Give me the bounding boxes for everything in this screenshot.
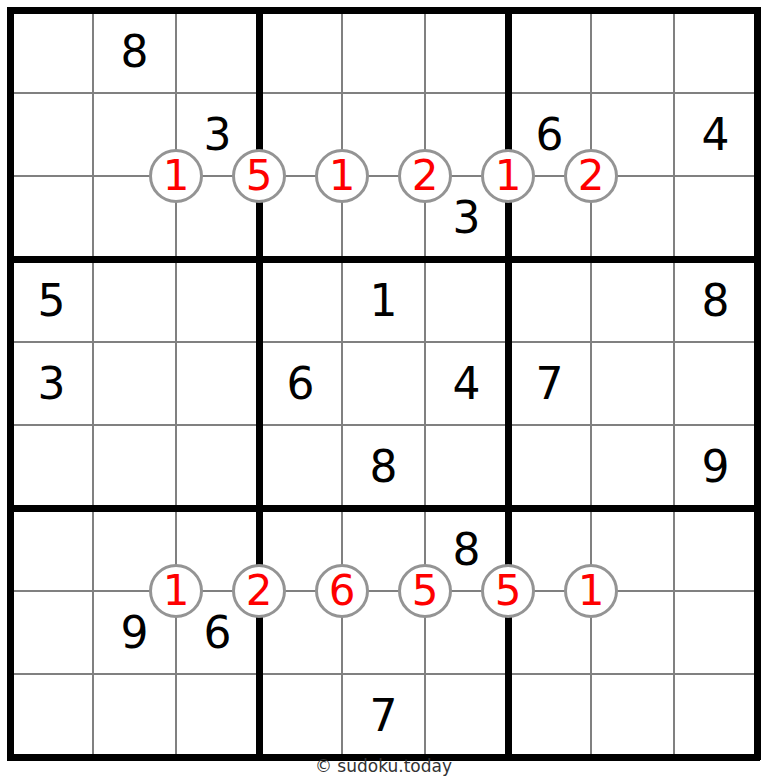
cell-r1c8[interactable] bbox=[591, 10, 674, 93]
cell-r3c1[interactable] bbox=[10, 176, 93, 259]
cell-r1c6[interactable] bbox=[425, 10, 508, 93]
cell-r5c6[interactable]: 4 bbox=[425, 342, 508, 425]
cell-r8c9[interactable] bbox=[674, 591, 757, 674]
cell-r6c5[interactable]: 8 bbox=[342, 425, 425, 508]
cell-r6c6[interactable] bbox=[425, 425, 508, 508]
cell-r9c1[interactable] bbox=[10, 674, 93, 757]
cell-r7c8[interactable] bbox=[591, 508, 674, 591]
cell-r8c4[interactable] bbox=[259, 591, 342, 674]
cell-r5c2[interactable] bbox=[93, 342, 176, 425]
cell-r9c6[interactable] bbox=[425, 674, 508, 757]
cell-r8c6[interactable] bbox=[425, 591, 508, 674]
cell-r9c4[interactable] bbox=[259, 674, 342, 757]
cell-r2c6[interactable] bbox=[425, 93, 508, 176]
cell-r5c9[interactable] bbox=[674, 342, 757, 425]
cell-r1c4[interactable] bbox=[259, 10, 342, 93]
cell-r1c5[interactable] bbox=[342, 10, 425, 93]
cell-r1c9[interactable] bbox=[674, 10, 757, 93]
cell-r3c8[interactable] bbox=[591, 176, 674, 259]
cell-r3c7[interactable] bbox=[508, 176, 591, 259]
cell-r2c1[interactable] bbox=[10, 93, 93, 176]
cell-r7c2[interactable] bbox=[93, 508, 176, 591]
cell-r3c3[interactable] bbox=[176, 176, 259, 259]
cell-r3c5[interactable] bbox=[342, 176, 425, 259]
cell-r1c2[interactable]: 8 bbox=[93, 10, 176, 93]
cell-r6c7[interactable] bbox=[508, 425, 591, 508]
cell-r5c4[interactable]: 6 bbox=[259, 342, 342, 425]
cell-r7c6[interactable]: 8 bbox=[425, 508, 508, 591]
cell-r5c5[interactable] bbox=[342, 342, 425, 425]
cell-r4c6[interactable] bbox=[425, 259, 508, 342]
cell-r2c2[interactable] bbox=[93, 93, 176, 176]
cell-r8c3[interactable]: 6 bbox=[176, 591, 259, 674]
cell-r4c7[interactable] bbox=[508, 259, 591, 342]
cell-r3c9[interactable] bbox=[674, 176, 757, 259]
cell-r4c3[interactable] bbox=[176, 259, 259, 342]
cell-r4c5[interactable]: 1 bbox=[342, 259, 425, 342]
cell-r3c2[interactable] bbox=[93, 176, 176, 259]
cell-r1c3[interactable] bbox=[176, 10, 259, 93]
cell-r7c3[interactable] bbox=[176, 508, 259, 591]
cell-r7c5[interactable] bbox=[342, 508, 425, 591]
cell-r1c1[interactable] bbox=[10, 10, 93, 93]
cell-r7c7[interactable] bbox=[508, 508, 591, 591]
cell-r5c8[interactable] bbox=[591, 342, 674, 425]
cell-r5c7[interactable]: 7 bbox=[508, 342, 591, 425]
cell-r5c1[interactable]: 3 bbox=[10, 342, 93, 425]
cell-r6c4[interactable] bbox=[259, 425, 342, 508]
copyright-text: © sudoku.today bbox=[0, 757, 767, 777]
sudoku-board: 836435183647898967 151212126551 bbox=[10, 10, 757, 757]
cell-r9c3[interactable] bbox=[176, 674, 259, 757]
cell-r3c4[interactable] bbox=[259, 176, 342, 259]
cell-r9c7[interactable] bbox=[508, 674, 591, 757]
cell-r8c8[interactable] bbox=[591, 591, 674, 674]
cell-r4c2[interactable] bbox=[93, 259, 176, 342]
cell-r4c1[interactable]: 5 bbox=[10, 259, 93, 342]
cell-r7c1[interactable] bbox=[10, 508, 93, 591]
cell-r7c4[interactable] bbox=[259, 508, 342, 591]
cell-r2c8[interactable] bbox=[591, 93, 674, 176]
cell-r6c8[interactable] bbox=[591, 425, 674, 508]
cell-r2c5[interactable] bbox=[342, 93, 425, 176]
cell-r2c4[interactable] bbox=[259, 93, 342, 176]
cell-r4c9[interactable]: 8 bbox=[674, 259, 757, 342]
cell-r4c8[interactable] bbox=[591, 259, 674, 342]
cell-r8c1[interactable] bbox=[10, 591, 93, 674]
cell-r6c2[interactable] bbox=[93, 425, 176, 508]
cell-r9c5[interactable]: 7 bbox=[342, 674, 425, 757]
cell-r2c7[interactable]: 6 bbox=[508, 93, 591, 176]
cell-r1c7[interactable] bbox=[508, 10, 591, 93]
cell-r5c3[interactable] bbox=[176, 342, 259, 425]
cell-r6c3[interactable] bbox=[176, 425, 259, 508]
sudoku-puzzle-page: 836435183647898967 151212126551 © sudoku… bbox=[0, 0, 767, 777]
cell-r9c9[interactable] bbox=[674, 674, 757, 757]
cell-r9c2[interactable] bbox=[93, 674, 176, 757]
cell-r8c2[interactable]: 9 bbox=[93, 591, 176, 674]
cell-r7c9[interactable] bbox=[674, 508, 757, 591]
cell-r8c5[interactable] bbox=[342, 591, 425, 674]
cell-r2c3[interactable]: 3 bbox=[176, 93, 259, 176]
cell-r9c8[interactable] bbox=[591, 674, 674, 757]
cell-r3c6[interactable]: 3 bbox=[425, 176, 508, 259]
cell-r6c1[interactable] bbox=[10, 425, 93, 508]
grid-cells: 836435183647898967 bbox=[10, 10, 757, 757]
cell-r8c7[interactable] bbox=[508, 591, 591, 674]
cell-r2c9[interactable]: 4 bbox=[674, 93, 757, 176]
cell-r4c4[interactable] bbox=[259, 259, 342, 342]
cell-r6c9[interactable]: 9 bbox=[674, 425, 757, 508]
